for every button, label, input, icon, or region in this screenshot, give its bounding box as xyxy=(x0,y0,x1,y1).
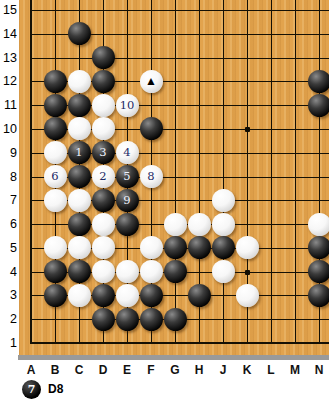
grid-line-col-L xyxy=(271,0,272,344)
stone-black-B4 xyxy=(44,260,67,283)
stone-black-D13 xyxy=(92,46,115,69)
stone-white-E4 xyxy=(116,260,139,283)
stone-white-J7 xyxy=(212,189,235,212)
stone-black-F2 xyxy=(140,308,163,331)
stone-white-E11: 10 xyxy=(116,94,139,117)
stone-black-B3 xyxy=(44,284,67,307)
stone-white-F5 xyxy=(140,236,163,259)
row-label-12: 12 xyxy=(0,74,17,88)
stone-black-C4 xyxy=(68,260,91,283)
go-diagram: 151413121110987654321ABCDEFGHJKLMN▲10134… xyxy=(0,0,329,417)
col-label-M: M xyxy=(285,363,305,377)
grid-line-col-M xyxy=(295,0,296,344)
stone-black-E8: 5 xyxy=(116,165,139,188)
grid-line-col-J xyxy=(223,0,224,344)
row-label-1: 1 xyxy=(0,336,17,350)
stone-black-D3 xyxy=(92,284,115,307)
row-label-8: 8 xyxy=(0,170,17,184)
move-number-label: 9 xyxy=(123,189,130,212)
col-label-L: L xyxy=(261,363,281,377)
stone-black-C6 xyxy=(68,213,91,236)
board-shadow xyxy=(18,355,329,360)
move-number-label: 4 xyxy=(123,141,130,164)
stone-white-C7 xyxy=(68,189,91,212)
stone-black-D2 xyxy=(92,308,115,331)
grid-line-row-13 xyxy=(30,58,329,59)
stone-white-D5 xyxy=(92,236,115,259)
grid-line-col-G xyxy=(175,0,176,344)
col-label-A: A xyxy=(21,363,41,377)
stone-black-E7: 9 xyxy=(116,189,139,212)
col-label-C: C xyxy=(69,363,89,377)
caption-move-stone: 7 xyxy=(22,380,41,399)
stone-black-F3 xyxy=(140,284,163,307)
col-label-H: H xyxy=(189,363,209,377)
stone-white-K3 xyxy=(236,284,259,307)
stone-white-E9: 4 xyxy=(116,141,139,164)
stone-white-B5 xyxy=(44,236,67,259)
stone-black-H3 xyxy=(188,284,211,307)
stone-black-C8 xyxy=(68,165,91,188)
stone-black-D7 xyxy=(92,189,115,212)
stone-white-E3 xyxy=(116,284,139,307)
stone-white-F4 xyxy=(140,260,163,283)
grid-line-row-15 xyxy=(30,10,329,11)
grid-line-col-A xyxy=(30,0,32,344)
row-label-11: 11 xyxy=(0,98,17,112)
col-label-E: E xyxy=(117,363,137,377)
stone-black-G4 xyxy=(164,260,187,283)
stone-black-N12 xyxy=(308,70,329,93)
col-label-F: F xyxy=(141,363,161,377)
move-number-label: 8 xyxy=(147,165,154,188)
stone-white-F8: 8 xyxy=(140,165,163,188)
move-number-label: 10 xyxy=(120,94,135,117)
move-number-label: 6 xyxy=(51,165,58,188)
row-label-2: 2 xyxy=(0,312,17,326)
hoshi-K4 xyxy=(245,270,250,275)
stone-black-D9: 3 xyxy=(92,141,115,164)
stone-black-H5 xyxy=(188,236,211,259)
stone-black-C14 xyxy=(68,22,91,45)
stone-white-C3 xyxy=(68,284,91,307)
triangle-mark-icon: ▲ xyxy=(145,70,157,93)
row-label-7: 7 xyxy=(0,193,17,207)
stone-black-N11 xyxy=(308,94,329,117)
stone-black-N5 xyxy=(308,236,329,259)
stone-black-C11 xyxy=(68,94,91,117)
stone-white-D8: 2 xyxy=(92,165,115,188)
stone-white-C12 xyxy=(68,70,91,93)
stone-white-B9 xyxy=(44,141,67,164)
stone-white-N6 xyxy=(308,213,329,236)
stone-black-B12 xyxy=(44,70,67,93)
col-label-K: K xyxy=(237,363,257,377)
stone-black-B11 xyxy=(44,94,67,117)
col-label-B: B xyxy=(45,363,65,377)
stone-white-B7 xyxy=(44,189,67,212)
stone-black-D12 xyxy=(92,70,115,93)
stone-white-F12: ▲ xyxy=(140,70,163,93)
row-label-10: 10 xyxy=(0,122,17,136)
row-label-13: 13 xyxy=(0,51,17,65)
stone-white-K5 xyxy=(236,236,259,259)
stone-black-B10 xyxy=(44,117,67,140)
stone-black-N4 xyxy=(308,260,329,283)
row-label-9: 9 xyxy=(0,146,17,160)
move-number-label: 1 xyxy=(75,141,82,164)
col-label-D: D xyxy=(93,363,113,377)
stone-black-C9: 1 xyxy=(68,141,91,164)
move-number-label: 5 xyxy=(123,165,130,188)
stone-black-G5 xyxy=(164,236,187,259)
stone-white-C5 xyxy=(68,236,91,259)
row-label-4: 4 xyxy=(0,265,17,279)
stone-white-D6 xyxy=(92,213,115,236)
caption-move-location: D8 xyxy=(48,382,63,396)
caption-move-number: 7 xyxy=(28,383,36,396)
row-label-3: 3 xyxy=(0,288,17,302)
stone-white-D10 xyxy=(92,117,115,140)
stone-black-J5 xyxy=(212,236,235,259)
row-label-5: 5 xyxy=(0,241,17,255)
stone-white-J6 xyxy=(212,213,235,236)
stone-black-E6 xyxy=(116,213,139,236)
stone-black-G2 xyxy=(164,308,187,331)
move-number-label: 2 xyxy=(99,165,106,188)
stone-black-E2 xyxy=(116,308,139,331)
stone-white-D11 xyxy=(92,94,115,117)
stone-white-G6 xyxy=(164,213,187,236)
stone-white-J4 xyxy=(212,260,235,283)
col-label-N: N xyxy=(309,363,329,377)
col-label-J: J xyxy=(213,363,233,377)
row-label-14: 14 xyxy=(0,27,17,41)
stone-white-H6 xyxy=(188,213,211,236)
stone-white-B8: 6 xyxy=(44,165,67,188)
grid-line-row-1 xyxy=(30,342,329,344)
move-number-label: 3 xyxy=(99,141,106,164)
row-label-15: 15 xyxy=(0,3,17,17)
stone-black-F10 xyxy=(140,117,163,140)
col-label-G: G xyxy=(165,363,185,377)
caption: 7 D8 xyxy=(22,379,63,399)
row-label-6: 6 xyxy=(0,217,17,231)
stone-white-D4 xyxy=(92,260,115,283)
hoshi-K10 xyxy=(245,127,250,132)
stone-black-N3 xyxy=(308,284,329,307)
stone-white-C10 xyxy=(68,117,91,140)
